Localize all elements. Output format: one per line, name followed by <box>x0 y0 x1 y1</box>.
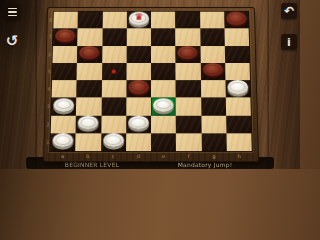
square-h7 <box>224 29 249 46</box>
hamburger-icon <box>8 15 17 17</box>
square-a6 <box>52 46 77 63</box>
square-c1[interactable] <box>101 133 126 151</box>
piece-red-man-d4[interactable] <box>128 80 149 94</box>
square-h3 <box>226 98 251 116</box>
square-e4 <box>151 80 176 98</box>
king-crown-icon: ♛ <box>129 11 149 23</box>
file-label-e: e <box>151 153 176 160</box>
square-c7[interactable] <box>102 29 127 46</box>
square-b8[interactable] <box>78 12 103 29</box>
piece-red-man-a7[interactable] <box>55 29 76 42</box>
square-g5[interactable] <box>200 63 225 80</box>
rank-label-8: 8 <box>48 12 53 29</box>
hamburger-icon <box>8 11 17 13</box>
square-g7[interactable] <box>200 29 225 46</box>
rank-label-2: 2 <box>45 115 50 133</box>
undo-button[interactable]: ↶ <box>281 3 297 19</box>
piece-white-man-c1[interactable] <box>103 133 124 147</box>
square-c2 <box>101 115 126 133</box>
piece-red-man-h8[interactable] <box>226 12 247 25</box>
square-g1[interactable] <box>201 133 226 151</box>
square-a1[interactable] <box>50 133 76 151</box>
square-b1 <box>75 133 100 151</box>
rank-label-6: 6 <box>47 46 52 63</box>
rank-label-5: 5 <box>47 63 52 80</box>
square-d4[interactable] <box>126 80 151 98</box>
piece-white-man-h4[interactable] <box>227 80 248 94</box>
square-d3 <box>126 98 151 116</box>
piece-white-man-a3[interactable] <box>53 98 74 112</box>
square-g4 <box>200 80 225 98</box>
square-c5[interactable] <box>102 63 127 80</box>
rank-label-3: 3 <box>46 98 51 116</box>
piece-white-man-b2[interactable] <box>78 116 99 130</box>
menu-button[interactable] <box>4 4 20 20</box>
square-h2[interactable] <box>226 115 251 133</box>
square-f4[interactable] <box>176 80 201 98</box>
restart-icon: ↺ <box>6 32 19 50</box>
square-f6[interactable] <box>176 46 201 63</box>
square-f8[interactable] <box>175 12 200 29</box>
square-h5 <box>225 63 250 80</box>
file-label-b: b <box>75 153 100 160</box>
square-e1[interactable] <box>151 133 176 151</box>
square-c3[interactable] <box>101 98 126 116</box>
piece-white-man-e3[interactable] <box>153 98 174 112</box>
square-a2 <box>51 115 76 133</box>
file-label-f: f <box>176 153 201 160</box>
rank-label-7: 7 <box>48 29 53 46</box>
square-d7 <box>126 29 151 46</box>
square-d8[interactable]: ♛ <box>127 12 151 29</box>
square-f2[interactable] <box>176 115 201 133</box>
square-c4 <box>101 80 126 98</box>
piece-red-man-g5[interactable] <box>202 63 223 77</box>
square-g6 <box>200 46 225 63</box>
square-h4[interactable] <box>225 80 250 98</box>
info-icon: i <box>287 36 291 49</box>
square-a3[interactable] <box>51 98 76 116</box>
square-f3 <box>176 98 201 116</box>
square-d5 <box>126 63 151 80</box>
file-label-d: d <box>126 153 151 160</box>
square-f1 <box>176 133 201 151</box>
square-f5 <box>176 63 201 80</box>
square-b3 <box>76 98 101 116</box>
square-b7 <box>77 29 102 46</box>
square-g2 <box>201 115 226 133</box>
square-h6[interactable] <box>225 46 250 63</box>
square-a5[interactable] <box>52 63 77 80</box>
rank-label-4: 4 <box>46 80 51 98</box>
undo-icon: ↶ <box>284 4 294 18</box>
piece-white-king-d8[interactable]: ♛ <box>129 12 149 25</box>
square-e2 <box>151 115 176 133</box>
restart-button[interactable]: ↺ <box>4 33 20 49</box>
square-g8 <box>200 12 225 29</box>
hamburger-icon <box>8 8 17 10</box>
square-d2[interactable] <box>126 115 151 133</box>
square-b2[interactable] <box>76 115 101 133</box>
file-label-c: c <box>101 153 126 160</box>
file-label-g: g <box>201 153 226 160</box>
file-label-a: a <box>50 153 75 160</box>
square-a7[interactable] <box>53 29 78 46</box>
square-e5[interactable] <box>151 63 176 80</box>
mandatory-jump-message: Mandatory Jump! <box>178 161 233 168</box>
board-grid: ♛ <box>50 12 251 151</box>
square-d1 <box>126 133 151 151</box>
square-b6[interactable] <box>77 46 102 63</box>
board-frame: ♛ abcdefgh 87654321 <box>44 8 258 161</box>
square-e6 <box>151 46 176 63</box>
square-f7 <box>175 29 200 46</box>
square-b4[interactable] <box>76 80 101 98</box>
square-d6[interactable] <box>126 46 151 63</box>
piece-white-man-d2[interactable] <box>128 116 149 130</box>
move-target-dot[interactable] <box>112 70 116 74</box>
square-h8[interactable] <box>224 12 249 29</box>
square-b5 <box>77 63 102 80</box>
square-a4 <box>52 80 77 98</box>
square-g3[interactable] <box>201 98 226 116</box>
info-button[interactable]: i <box>281 34 297 50</box>
square-e8 <box>151 12 175 29</box>
square-h1 <box>226 133 252 151</box>
checkers-board: ♛ abcdefgh 87654321 <box>44 8 258 161</box>
rank-label-1: 1 <box>45 133 50 151</box>
piece-white-man-a1[interactable] <box>52 133 73 147</box>
piece-red-man-f6[interactable] <box>177 46 198 59</box>
file-label-h: h <box>227 153 252 160</box>
piece-red-man-b6[interactable] <box>79 46 100 59</box>
square-e3[interactable] <box>151 98 176 116</box>
file-labels: abcdefgh <box>50 153 252 160</box>
square-a8 <box>53 12 78 29</box>
square-e7[interactable] <box>151 29 176 46</box>
square-c6 <box>102 46 127 63</box>
level-label: BEGINNER LEVEL <box>65 161 119 168</box>
square-c8 <box>102 12 127 29</box>
